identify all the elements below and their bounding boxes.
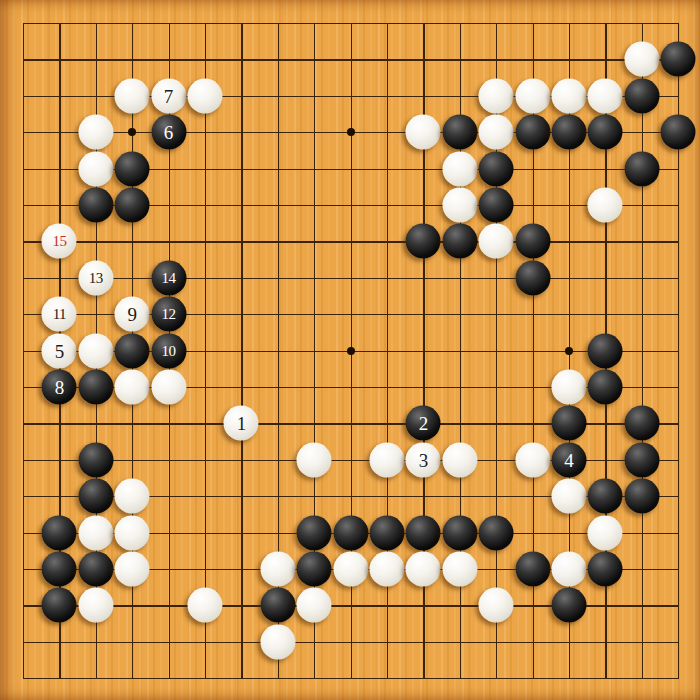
white-stone — [479, 224, 514, 259]
go-board[interactable]: 761513141191251081234 — [0, 0, 700, 700]
black-stone — [588, 479, 623, 514]
white-stone — [406, 115, 441, 150]
white-stone — [297, 442, 332, 477]
grid-line-horizontal — [23, 241, 679, 242]
black-stone — [624, 479, 659, 514]
black-stone — [661, 115, 696, 150]
move-10-stone: 10 — [151, 333, 186, 368]
white-stone — [552, 479, 587, 514]
move-14-stone: 14 — [151, 260, 186, 295]
black-stone — [479, 188, 514, 223]
white-stone — [151, 370, 186, 405]
star-point — [347, 128, 355, 136]
move-number-label: 2 — [419, 414, 429, 433]
white-stone — [552, 370, 587, 405]
black-stone — [42, 552, 77, 587]
black-stone — [442, 515, 477, 550]
move-7-stone: 7 — [151, 78, 186, 113]
move-11-stone: 11 — [42, 297, 77, 332]
black-stone — [588, 552, 623, 587]
black-stone — [78, 370, 113, 405]
black-stone — [78, 552, 113, 587]
white-stone — [370, 442, 405, 477]
move-12-stone: 12 — [151, 297, 186, 332]
black-stone — [515, 260, 550, 295]
black-stone — [624, 406, 659, 441]
black-stone — [588, 333, 623, 368]
move-number-label: 11 — [53, 307, 66, 322]
white-stone — [115, 78, 150, 113]
move-number-label: 6 — [164, 123, 174, 142]
black-stone — [552, 406, 587, 441]
black-stone — [479, 151, 514, 186]
move-number-label: 12 — [162, 307, 176, 322]
grid-line-vertical — [642, 23, 643, 679]
grid-line-vertical — [205, 23, 206, 679]
move-number-label: 10 — [162, 343, 176, 358]
white-stone — [78, 515, 113, 550]
white-stone — [588, 78, 623, 113]
black-stone — [624, 78, 659, 113]
white-stone — [115, 515, 150, 550]
black-stone — [661, 42, 696, 77]
move-13-stone: 13 — [78, 260, 113, 295]
move-15-stone: 15 — [42, 224, 77, 259]
black-stone — [406, 224, 441, 259]
black-stone — [406, 515, 441, 550]
black-stone — [42, 588, 77, 623]
move-number-label: 15 — [52, 234, 66, 249]
move-3-stone: 3 — [406, 442, 441, 477]
white-stone — [260, 624, 295, 659]
white-stone — [406, 552, 441, 587]
black-stone — [78, 188, 113, 223]
move-number-label: 13 — [89, 270, 103, 285]
white-stone — [78, 151, 113, 186]
move-4-stone: 4 — [552, 442, 587, 477]
black-stone — [515, 115, 550, 150]
black-stone — [588, 370, 623, 405]
go-board-window: 761513141191251081234 — [0, 0, 700, 700]
black-stone — [370, 515, 405, 550]
black-stone — [479, 515, 514, 550]
black-stone — [115, 188, 150, 223]
grid-line-vertical — [241, 23, 242, 679]
white-stone — [78, 588, 113, 623]
black-stone — [624, 442, 659, 477]
grid-line-horizontal — [23, 23, 679, 24]
white-stone — [115, 552, 150, 587]
white-stone — [78, 115, 113, 150]
white-stone — [260, 552, 295, 587]
move-1-stone: 1 — [224, 406, 259, 441]
white-stone — [442, 442, 477, 477]
move-5-stone: 5 — [42, 333, 77, 368]
move-number-label: 5 — [55, 341, 65, 360]
black-stone — [552, 588, 587, 623]
star-point — [565, 347, 573, 355]
black-stone — [78, 442, 113, 477]
move-number-label: 3 — [419, 450, 429, 469]
black-stone — [297, 515, 332, 550]
black-stone — [442, 115, 477, 150]
black-stone — [42, 515, 77, 550]
move-number-label: 4 — [564, 450, 574, 469]
black-stone — [297, 552, 332, 587]
grid-line-horizontal — [23, 642, 679, 643]
grid-line-horizontal — [23, 278, 679, 279]
grid-line-horizontal — [23, 678, 679, 679]
black-stone — [115, 333, 150, 368]
black-stone — [515, 552, 550, 587]
white-stone — [115, 479, 150, 514]
move-number-label: 8 — [55, 378, 65, 397]
move-9-stone: 9 — [115, 297, 150, 332]
white-stone — [588, 188, 623, 223]
white-stone — [115, 370, 150, 405]
move-6-stone: 6 — [151, 115, 186, 150]
black-stone — [333, 515, 368, 550]
move-8-stone: 8 — [42, 370, 77, 405]
white-stone — [515, 442, 550, 477]
black-stone — [515, 224, 550, 259]
white-stone — [78, 333, 113, 368]
white-stone — [479, 588, 514, 623]
move-number-label: 1 — [237, 414, 247, 433]
move-2-stone: 2 — [406, 406, 441, 441]
white-stone — [333, 552, 368, 587]
move-number-label: 7 — [164, 86, 174, 105]
black-stone — [588, 115, 623, 150]
star-point — [347, 347, 355, 355]
white-stone — [588, 515, 623, 550]
white-stone — [370, 552, 405, 587]
white-stone — [552, 78, 587, 113]
move-number-label: 14 — [162, 270, 176, 285]
white-stone — [297, 588, 332, 623]
black-stone — [442, 224, 477, 259]
grid-line-horizontal — [23, 59, 679, 60]
star-point — [128, 128, 136, 136]
white-stone — [624, 42, 659, 77]
white-stone — [188, 588, 223, 623]
white-stone — [515, 78, 550, 113]
black-stone — [78, 479, 113, 514]
white-stone — [442, 151, 477, 186]
move-number-label: 9 — [127, 305, 137, 324]
grid-line-vertical — [23, 23, 24, 679]
white-stone — [479, 78, 514, 113]
white-stone — [442, 552, 477, 587]
black-stone — [624, 151, 659, 186]
black-stone — [115, 151, 150, 186]
white-stone — [188, 78, 223, 113]
black-stone — [260, 588, 295, 623]
black-stone — [552, 115, 587, 150]
white-stone — [479, 115, 514, 150]
white-stone — [552, 552, 587, 587]
white-stone — [442, 188, 477, 223]
